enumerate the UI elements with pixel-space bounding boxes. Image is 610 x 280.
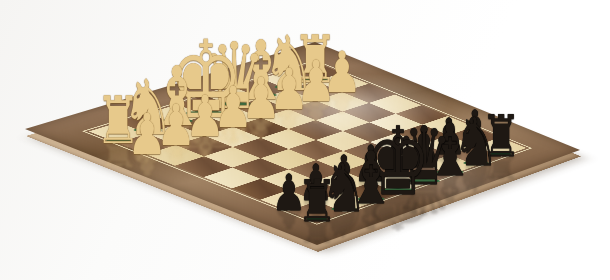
chess-product-photo: ♜♜♞♞♝♝♛♛♚♚♝♝♞♞♜♜♟♟♟♟♟♟♟♟♟♟♟♟♟♟♟♟♟♟♟♟♟♟♟♟… (0, 0, 610, 280)
chess-board (25, 42, 580, 245)
board-frame (25, 42, 580, 245)
